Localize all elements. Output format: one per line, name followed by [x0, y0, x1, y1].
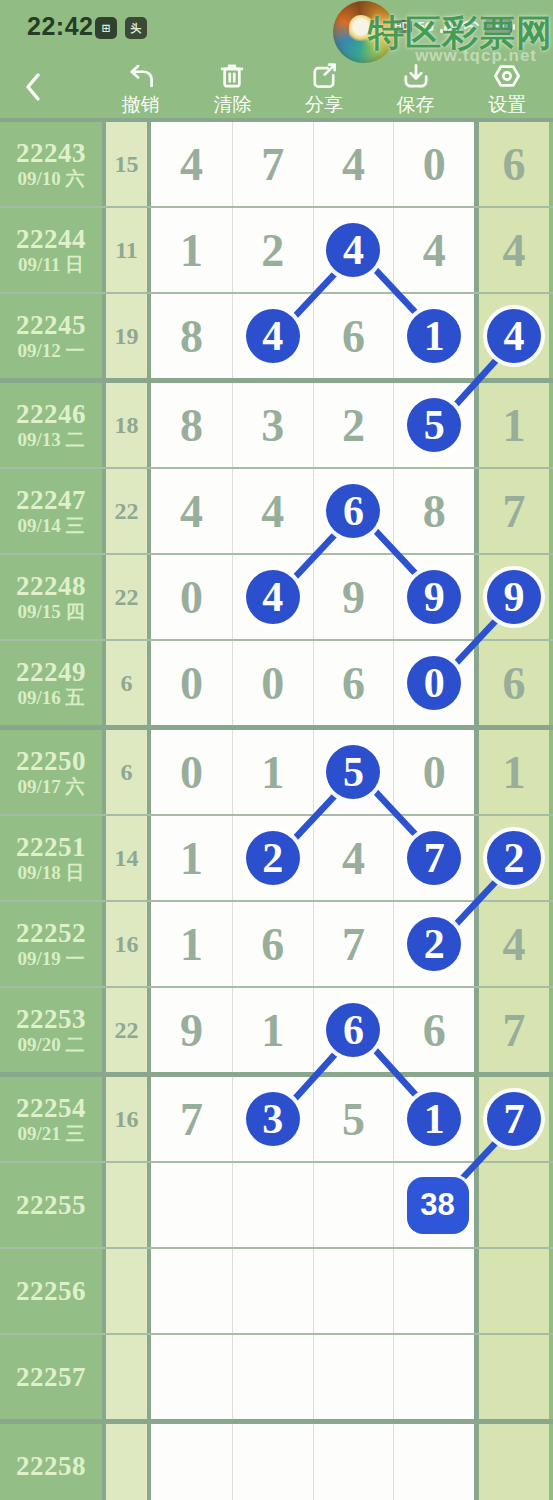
digit-cell-d1[interactable]: 8	[151, 294, 232, 378]
period-cell: 22257	[0, 1335, 106, 1419]
period-cell: 22256	[0, 1249, 106, 1333]
period-cell: 2225109/18 日	[0, 816, 106, 900]
clock-time: 22:42	[27, 12, 93, 41]
digit-cell-d2[interactable]: 3	[232, 383, 313, 467]
share-label: 分享	[305, 94, 343, 116]
digit-cell-d4[interactable]: 9	[393, 555, 474, 639]
trend-row-22248: 2224809/15 四2204999	[0, 555, 553, 641]
digit-cell-d3[interactable]: 4	[313, 816, 394, 900]
trend-row-22255: 22255	[0, 1163, 553, 1249]
digit-cell-d1[interactable]	[151, 1335, 232, 1419]
period-date: 09/20 二	[17, 1034, 84, 1056]
status-bar: 22:42 ⊞ 头 HD 5G 80	[0, 0, 553, 55]
digit-cell-d2[interactable]	[232, 1424, 313, 1500]
digit-cell-d1[interactable]	[151, 1249, 232, 1333]
digit-cell-d3[interactable]: 6	[313, 988, 394, 1072]
digit-cell-d3[interactable]: 5	[313, 730, 394, 814]
back-chevron-icon	[22, 69, 44, 105]
period-number: 22254	[16, 1093, 86, 1123]
tail-cell[interactable]: 7	[474, 1077, 549, 1161]
status-icons: HD 5G 80	[392, 19, 515, 34]
trend-row-22253: 2225309/20 二2291667	[0, 988, 553, 1077]
sum-cell	[106, 1335, 151, 1419]
digit-cell-d1[interactable]: 0	[151, 641, 232, 725]
period-date: 09/19 一	[17, 948, 84, 970]
tail-cell[interactable]: 6	[474, 122, 549, 206]
digit-cell-d1[interactable]: 9	[151, 988, 232, 1072]
digit-cell-d4[interactable]: 5	[393, 383, 474, 467]
period-number: 22244	[16, 224, 86, 254]
tail-cell[interactable]: 4	[474, 294, 549, 378]
period-number: 22256	[16, 1276, 86, 1306]
digit-cell-d2[interactable]: 1	[232, 730, 313, 814]
digit-cell-d1[interactable]: 7	[151, 1077, 232, 1161]
undo-button[interactable]: 撤销	[95, 55, 187, 118]
digit-cell-d2[interactable]: 4	[232, 469, 313, 553]
digit-cell-d1[interactable]: 1	[151, 208, 232, 292]
qr-app-icon: ⊞	[95, 17, 117, 39]
trend-row-22247: 2224709/14 三2244687	[0, 469, 553, 555]
toutiao-app-icon: 头	[125, 17, 147, 39]
digit-cell-d2[interactable]	[232, 1163, 313, 1247]
sum-cell	[106, 1424, 151, 1500]
digit-cell-d4[interactable]: 1	[393, 294, 474, 378]
sum-cell: 19	[106, 294, 151, 378]
trend-row-22254: 2225409/21 三1673517	[0, 1077, 553, 1163]
trend-row-22245: 2224509/12 一1984614	[0, 294, 553, 383]
period-number: 22245	[16, 310, 86, 340]
hd-icon: HD	[392, 20, 412, 33]
clear-button[interactable]: 清除	[187, 55, 279, 118]
period-date: 09/16 五	[17, 687, 84, 709]
period-cell: 2224709/14 三	[0, 469, 106, 553]
sum-cell: 16	[106, 1077, 151, 1161]
period-number: 22250	[16, 746, 86, 776]
period-date: 09/18 日	[17, 862, 84, 884]
tail-cell[interactable]: 9	[474, 555, 549, 639]
period-date: 09/13 二	[17, 429, 84, 451]
period-cell: 2225009/17 六	[0, 730, 106, 814]
digit-cell-d2[interactable]: 2	[232, 816, 313, 900]
settings-button[interactable]: 设置	[461, 55, 553, 118]
sum-cell: 22	[106, 555, 151, 639]
circled-number[interactable]: 5	[407, 398, 461, 452]
digit-cell-d3[interactable]: 7	[313, 902, 394, 986]
period-number: 22247	[16, 485, 86, 515]
tail-cell[interactable]: 6	[474, 641, 549, 725]
undo-label: 撤销	[122, 94, 160, 116]
battery-icon: 80	[485, 19, 515, 34]
sum-cell	[106, 1163, 151, 1247]
digit-cell-d4[interactable]: 1	[393, 1077, 474, 1161]
sum-cell: 16	[106, 902, 151, 986]
digit-cell-d3[interactable]: 4	[313, 208, 394, 292]
circled-number[interactable]: 5	[326, 745, 380, 799]
sum-cell: 6	[106, 730, 151, 814]
circled-number[interactable]: 1	[407, 309, 461, 363]
digit-cell-d1[interactable]	[151, 1424, 232, 1500]
tail-cell[interactable]: 4	[474, 902, 549, 986]
trend-row-22249: 2224909/16 五600606	[0, 641, 553, 730]
tail-cell[interactable]: 1	[474, 730, 549, 814]
trend-row-22243: 2224309/10 六1547406	[0, 122, 553, 208]
digit-cell-d2[interactable]	[232, 1249, 313, 1333]
period-cell: 2225209/19 一	[0, 902, 106, 986]
trend-row-22244: 2224409/11 日1112444	[0, 208, 553, 294]
digit-cell-d4[interactable]: 0	[393, 730, 474, 814]
circled-number[interactable]: 2	[487, 831, 541, 885]
digit-cell-d3[interactable]	[313, 1249, 394, 1333]
sum-cell: 14	[106, 816, 151, 900]
period-cell: 2224509/12 一	[0, 294, 106, 378]
circled-number[interactable]: 1	[407, 1092, 461, 1146]
digit-cell-d3[interactable]	[313, 1163, 394, 1247]
period-number: 22248	[16, 571, 86, 601]
settings-label: 设置	[488, 94, 526, 116]
circled-number[interactable]: 4	[246, 570, 300, 624]
signal-bars-icon	[440, 20, 455, 33]
circled-number[interactable]: 4	[246, 309, 300, 363]
period-date: 09/21 三	[17, 1123, 84, 1145]
digit-cell-d3[interactable]	[313, 1335, 394, 1419]
period-cell: 22258	[0, 1424, 106, 1500]
tail-cell[interactable]: 7	[474, 988, 549, 1072]
circled-number[interactable]: 9	[407, 570, 461, 624]
tail-cell[interactable]: 2	[474, 816, 549, 900]
sum-cell: 22	[106, 988, 151, 1072]
period-cell: 2224309/10 六	[0, 122, 106, 206]
trend-row-22251: 2225109/18 日1412472	[0, 816, 553, 902]
period-number: 22257	[16, 1362, 86, 1392]
period-cell: 2225409/21 三	[0, 1077, 106, 1161]
save-button[interactable]: 保存	[370, 55, 462, 118]
sum-cell: 11	[106, 208, 151, 292]
tail-cell[interactable]	[474, 1424, 549, 1500]
back-button[interactable]	[0, 55, 95, 118]
trash-icon	[215, 59, 249, 93]
period-date: 09/15 四	[17, 601, 84, 623]
circled-number[interactable]: 7	[487, 1092, 541, 1146]
period-date: 09/10 六	[17, 168, 84, 190]
period-cell: 2224609/13 二	[0, 383, 106, 467]
digit-cell-d3[interactable]	[313, 1424, 394, 1500]
network-5g-label: 5G	[418, 20, 434, 34]
digit-cell-d4[interactable]: 0	[393, 641, 474, 725]
wifi-icon	[461, 20, 479, 34]
share-button[interactable]: 分享	[278, 55, 370, 118]
period-date: 09/14 三	[17, 515, 84, 537]
sum-cell: 18	[106, 383, 151, 467]
digit-cell-d3[interactable]: 5	[313, 1077, 394, 1161]
sum-cell: 6	[106, 641, 151, 725]
tail-cell[interactable]: 1	[474, 383, 549, 467]
save-label: 保存	[397, 94, 435, 116]
digit-cell-d3[interactable]: 6	[313, 469, 394, 553]
digit-cell-d4[interactable]: 2	[393, 902, 474, 986]
period-number: 22243	[16, 138, 86, 168]
save-icon	[399, 59, 433, 93]
period-number: 22253	[16, 1004, 86, 1034]
digit-cell-d2[interactable]: 6	[232, 902, 313, 986]
period-cell: 2225309/20 二	[0, 988, 106, 1072]
circled-number[interactable]: 4	[487, 309, 541, 363]
digit-cell-d2[interactable]: 4	[232, 294, 313, 378]
period-number: 22246	[16, 399, 86, 429]
digit-cell-d1[interactable]: 4	[151, 469, 232, 553]
digit-cell-d4[interactable]	[393, 1424, 474, 1500]
digit-cell-d3[interactable]: 9	[313, 555, 394, 639]
trend-row-22252: 2225209/19 一1616724	[0, 902, 553, 988]
circled-number[interactable]: 6	[326, 484, 380, 538]
digit-cell-d1[interactable]: 0	[151, 555, 232, 639]
digit-cell-d2[interactable]: 0	[232, 641, 313, 725]
digit-cell-d3[interactable]: 4	[313, 122, 394, 206]
period-number: 22252	[16, 918, 86, 948]
digit-cell-d1[interactable]: 0	[151, 730, 232, 814]
circled-number[interactable]: 3	[246, 1092, 300, 1146]
digit-cell-d4[interactable]: 8	[393, 469, 474, 553]
circled-number[interactable]: 9	[487, 570, 541, 624]
sum-cell: 15	[106, 122, 151, 206]
tail-cell[interactable]	[474, 1249, 549, 1333]
digit-cell-d4[interactable]: 0	[393, 122, 474, 206]
digit-cell-d4[interactable]: 6	[393, 988, 474, 1072]
period-date: 09/12 一	[17, 340, 84, 362]
period-cell: 2224909/16 五	[0, 641, 106, 725]
circled-number[interactable]: 2	[407, 917, 461, 971]
period-cell: 2224809/15 四	[0, 555, 106, 639]
period-number: 22251	[16, 832, 86, 862]
digit-cell-d4[interactable]	[393, 1249, 474, 1333]
trend-row-22256: 22256	[0, 1249, 553, 1335]
digit-cell-d3[interactable]: 2	[313, 383, 394, 467]
trend-row-22257: 22257	[0, 1335, 553, 1424]
undo-icon	[124, 59, 158, 93]
digit-cell-d2[interactable]	[232, 1335, 313, 1419]
digit-cell-d2[interactable]: 2	[232, 208, 313, 292]
sum-cell	[106, 1249, 151, 1333]
digit-cell-d2[interactable]: 3	[232, 1077, 313, 1161]
digit-cell-d4[interactable]: 4	[393, 208, 474, 292]
trend-board: 2224309/10 六15474062224409/11 日111244422…	[0, 0, 553, 1500]
digit-cell-d1[interactable]	[151, 1163, 232, 1247]
circled-number[interactable]: 7	[407, 831, 461, 885]
digit-cell-d1[interactable]: 1	[151, 816, 232, 900]
tail-cell[interactable]: 7	[474, 469, 549, 553]
digit-cell-d2[interactable]: 7	[232, 122, 313, 206]
digit-cell-d3[interactable]: 6	[313, 641, 394, 725]
toolbar: 撤销 清除 分享 保存 设置	[0, 55, 553, 118]
circled-number[interactable]: 2	[246, 831, 300, 885]
circled-number[interactable]: 6	[326, 1003, 380, 1057]
trend-row-22250: 2225009/17 六601501	[0, 730, 553, 816]
period-cell: 22255	[0, 1163, 106, 1247]
digit-cell-d2[interactable]: 1	[232, 988, 313, 1072]
digit-cell-d2[interactable]: 4	[232, 555, 313, 639]
digit-cell-d1[interactable]: 8	[151, 383, 232, 467]
period-number: 22255	[16, 1190, 86, 1220]
circled-number[interactable]: 0	[407, 656, 461, 710]
digit-cell-d4[interactable]	[393, 1335, 474, 1419]
period-number: 22249	[16, 657, 86, 687]
digit-cell-d1[interactable]: 4	[151, 122, 232, 206]
clear-label: 清除	[213, 94, 251, 116]
period-cell: 2224409/11 日	[0, 208, 106, 292]
trend-row-22258: 22258	[0, 1424, 553, 1500]
period-number: 22258	[16, 1451, 86, 1481]
tail-cell[interactable]	[474, 1163, 549, 1247]
sum-cell: 22	[106, 469, 151, 553]
digit-cell-d1[interactable]: 1	[151, 902, 232, 986]
tail-cell[interactable]	[474, 1335, 549, 1419]
digit-cell-d3[interactable]: 6	[313, 294, 394, 378]
share-icon	[307, 59, 341, 93]
digit-cell-d4[interactable]: 7	[393, 816, 474, 900]
period-date: 09/11 日	[18, 254, 84, 276]
trend-row-22246: 2224609/13 二1883251	[0, 383, 553, 469]
circled-number[interactable]: 4	[326, 223, 380, 277]
settings-icon	[490, 59, 524, 93]
period-date: 09/17 六	[17, 776, 84, 798]
tail-cell[interactable]: 4	[474, 208, 549, 292]
prediction-badge[interactable]: 38	[407, 1177, 469, 1234]
